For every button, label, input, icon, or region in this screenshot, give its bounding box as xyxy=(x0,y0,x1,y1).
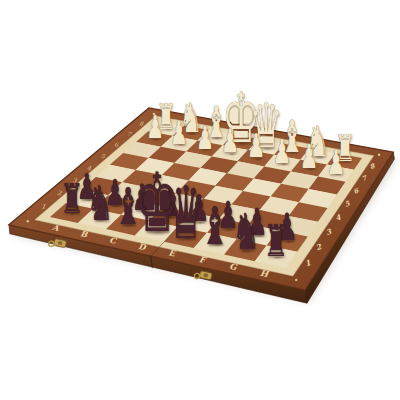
chess-set-photo: ABCDEFGH1234567812345678 ♜♞♝♚♛♝♞♜♟♟♟♟♟♟♟… xyxy=(0,0,400,400)
corner-inlay-dot xyxy=(27,220,29,222)
corner-inlay-dot xyxy=(153,113,155,115)
corner-inlay-dot xyxy=(378,154,380,156)
chess-board: ABCDEFGH1234567812345678 xyxy=(0,0,400,400)
corner-inlay-dot xyxy=(295,279,297,281)
